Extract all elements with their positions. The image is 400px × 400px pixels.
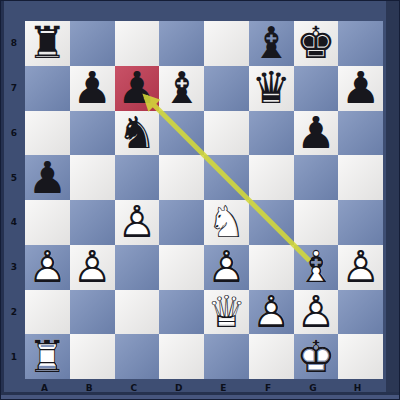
rank-label-6: 6	[5, 111, 23, 156]
square-d3[interactable]	[159, 245, 204, 290]
rank-label-4: 4	[5, 200, 23, 245]
square-c4[interactable]: ♟♙	[115, 200, 160, 245]
square-g5[interactable]	[294, 155, 339, 200]
piece-white-knight[interactable]: ♞♘	[204, 200, 249, 245]
square-g2[interactable]: ♟♙	[294, 290, 339, 335]
piece-glyph: ♝	[251, 21, 290, 65]
square-g4[interactable]	[294, 200, 339, 245]
piece-glyph: ♛	[251, 66, 290, 110]
square-f5[interactable]	[249, 155, 294, 200]
square-e8[interactable]	[204, 21, 249, 66]
piece-white-bishop[interactable]: ♝♗	[294, 245, 339, 290]
piece-glyph: ♟	[28, 156, 67, 200]
square-f3[interactable]	[249, 245, 294, 290]
piece-glyph: ♖	[28, 335, 67, 379]
frame-edge-left	[1, 1, 4, 400]
file-label-G: G	[291, 382, 336, 394]
piece-black-pawn[interactable]: ♟	[115, 66, 160, 111]
square-e1[interactable]	[204, 334, 249, 379]
file-label-H: H	[335, 382, 380, 394]
piece-black-queen[interactable]: ♛	[249, 66, 294, 111]
file-label-B: B	[67, 382, 112, 394]
rank-label-3: 3	[5, 245, 23, 290]
square-b2[interactable]	[70, 290, 115, 335]
square-b4[interactable]	[70, 200, 115, 245]
piece-white-pawn[interactable]: ♟♙	[338, 245, 383, 290]
square-h2[interactable]	[338, 290, 383, 335]
piece-glyph: ♚	[296, 21, 335, 65]
square-e2[interactable]: ♛♕	[204, 290, 249, 335]
piece-glyph: ♘	[207, 200, 246, 244]
piece-black-knight[interactable]: ♞	[115, 111, 160, 156]
piece-white-pawn[interactable]: ♟♙	[25, 245, 70, 290]
piece-glyph: ♙	[296, 290, 335, 334]
square-d1[interactable]	[159, 334, 204, 379]
square-g8[interactable]: ♚	[294, 21, 339, 66]
square-h7[interactable]: ♟	[338, 66, 383, 111]
square-b6[interactable]	[70, 111, 115, 156]
rank-label-1: 1	[5, 334, 23, 379]
square-c5[interactable]	[115, 155, 160, 200]
square-d6[interactable]	[159, 111, 204, 156]
file-label-A: A	[22, 382, 67, 394]
square-g3[interactable]: ♝♗	[294, 245, 339, 290]
piece-white-pawn[interactable]: ♟♙	[70, 245, 115, 290]
piece-glyph: ♟	[296, 111, 335, 155]
file-label-D: D	[156, 382, 201, 394]
square-f1[interactable]	[249, 334, 294, 379]
square-a7[interactable]	[25, 66, 70, 111]
piece-black-pawn[interactable]: ♟	[294, 111, 339, 156]
square-d5[interactable]	[159, 155, 204, 200]
chess-board: ♜♝♚♟♟♝♛♟♞♟♟♟♙♞♘♟♙♟♙♟♙♝♗♟♙♛♕♟♙♟♙♜♖♚♔	[25, 21, 383, 379]
piece-white-king[interactable]: ♚♔	[294, 334, 339, 379]
square-f4[interactable]	[249, 200, 294, 245]
piece-black-pawn[interactable]: ♟	[25, 155, 70, 200]
file-label-F: F	[246, 382, 291, 394]
piece-glyph: ♟	[117, 66, 156, 110]
square-b1[interactable]	[70, 334, 115, 379]
square-e3[interactable]: ♟♙	[204, 245, 249, 290]
square-g6[interactable]: ♟	[294, 111, 339, 156]
rank-label-8: 8	[5, 21, 23, 66]
frame-edge-right	[386, 1, 399, 400]
piece-glyph: ♙	[28, 245, 67, 289]
piece-white-rook[interactable]: ♜♖	[25, 334, 70, 379]
square-a3[interactable]: ♟♙	[25, 245, 70, 290]
square-e7[interactable]	[204, 66, 249, 111]
square-d8[interactable]	[159, 21, 204, 66]
square-a1[interactable]: ♜♖	[25, 334, 70, 379]
piece-glyph: ♙	[341, 245, 380, 289]
square-b5[interactable]	[70, 155, 115, 200]
piece-black-bishop[interactable]: ♝	[159, 66, 204, 111]
square-c2[interactable]	[115, 290, 160, 335]
rank-label-5: 5	[5, 155, 23, 200]
piece-glyph: ♟	[341, 66, 380, 110]
file-label-C: C	[112, 382, 157, 394]
piece-glyph: ♗	[296, 245, 335, 289]
piece-black-pawn[interactable]: ♟	[338, 66, 383, 111]
square-c6[interactable]: ♞	[115, 111, 160, 156]
piece-black-bishop[interactable]: ♝	[249, 21, 294, 66]
square-a5[interactable]: ♟	[25, 155, 70, 200]
square-h1[interactable]	[338, 334, 383, 379]
square-c7[interactable]: ♟	[115, 66, 160, 111]
file-label-E: E	[201, 382, 246, 394]
square-c8[interactable]	[115, 21, 160, 66]
piece-glyph: ♜	[28, 21, 67, 65]
square-d2[interactable]	[159, 290, 204, 335]
square-e6[interactable]	[204, 111, 249, 156]
piece-white-queen[interactable]: ♛♕	[204, 290, 249, 335]
piece-glyph: ♙	[117, 200, 156, 244]
square-b8[interactable]	[70, 21, 115, 66]
frame-edge-bottom	[1, 395, 400, 400]
chess-board-window: ♜♝♚♟♟♝♛♟♞♟♟♟♙♞♘♟♙♟♙♟♙♝♗♟♙♛♕♟♙♟♙♜♖♚♔ 8765…	[0, 0, 400, 400]
piece-white-pawn[interactable]: ♟♙	[249, 290, 294, 335]
piece-black-king[interactable]: ♚	[294, 21, 339, 66]
square-f7[interactable]: ♛	[249, 66, 294, 111]
square-d7[interactable]: ♝	[159, 66, 204, 111]
rank-label-2: 2	[5, 290, 23, 335]
piece-glyph: ♟	[72, 66, 111, 110]
square-h6[interactable]	[338, 111, 383, 156]
piece-white-pawn[interactable]: ♟♙	[115, 200, 160, 245]
piece-glyph: ♕	[207, 290, 246, 334]
piece-glyph: ♙	[251, 290, 290, 334]
square-a8[interactable]: ♜	[25, 21, 70, 66]
piece-glyph: ♙	[207, 245, 246, 289]
piece-white-pawn[interactable]: ♟♙	[294, 290, 339, 335]
square-a2[interactable]	[25, 290, 70, 335]
square-c3[interactable]	[115, 245, 160, 290]
square-f6[interactable]	[249, 111, 294, 156]
piece-glyph: ♞	[117, 111, 156, 155]
square-b7[interactable]: ♟	[70, 66, 115, 111]
square-g7[interactable]	[294, 66, 339, 111]
square-d4[interactable]	[159, 200, 204, 245]
square-g1[interactable]: ♚♔	[294, 334, 339, 379]
square-f2[interactable]: ♟♙	[249, 290, 294, 335]
square-a6[interactable]	[25, 111, 70, 156]
square-f8[interactable]: ♝	[249, 21, 294, 66]
square-h5[interactable]	[338, 155, 383, 200]
square-e5[interactable]	[204, 155, 249, 200]
square-h3[interactable]: ♟♙	[338, 245, 383, 290]
piece-black-pawn[interactable]: ♟	[70, 66, 115, 111]
square-a4[interactable]	[25, 200, 70, 245]
square-e4[interactable]: ♞♘	[204, 200, 249, 245]
rank-label-7: 7	[5, 66, 23, 111]
piece-glyph: ♙	[72, 245, 111, 289]
piece-glyph: ♔	[296, 335, 335, 379]
piece-white-pawn[interactable]: ♟♙	[204, 245, 249, 290]
piece-glyph: ♝	[162, 66, 201, 110]
square-b3[interactable]: ♟♙	[70, 245, 115, 290]
square-h8[interactable]	[338, 21, 383, 66]
square-h4[interactable]	[338, 200, 383, 245]
piece-black-rook[interactable]: ♜	[25, 21, 70, 66]
square-c1[interactable]	[115, 334, 160, 379]
